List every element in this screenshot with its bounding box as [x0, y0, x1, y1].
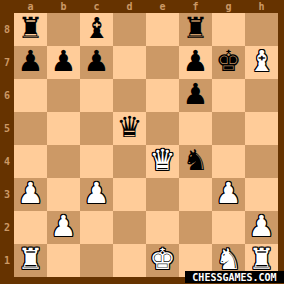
square-g8[interactable]: [212, 13, 245, 46]
piece-black-queen[interactable]: ♛: [117, 112, 143, 144]
square-c6[interactable]: [80, 79, 113, 112]
square-g6[interactable]: [212, 79, 245, 112]
square-f3[interactable]: [179, 178, 212, 211]
piece-black-king[interactable]: ♚: [216, 46, 242, 78]
file-label-b: b: [47, 0, 80, 13]
square-e5[interactable]: [146, 112, 179, 145]
square-f6[interactable]: ♟: [179, 79, 212, 112]
square-c4[interactable]: [80, 145, 113, 178]
square-g5[interactable]: [212, 112, 245, 145]
square-c7[interactable]: ♟: [80, 46, 113, 79]
square-b1[interactable]: [47, 244, 80, 277]
square-c3[interactable]: ♟: [80, 178, 113, 211]
square-e4[interactable]: ♛: [146, 145, 179, 178]
square-b2[interactable]: ♟: [47, 211, 80, 244]
square-a3[interactable]: ♟: [14, 178, 47, 211]
piece-black-pawn[interactable]: ♟: [84, 46, 110, 78]
square-d1[interactable]: [113, 244, 146, 277]
file-label-e: e: [146, 0, 179, 13]
square-h8[interactable]: [245, 13, 278, 46]
square-g2[interactable]: [212, 211, 245, 244]
rank-label-6: 6: [0, 79, 14, 112]
square-e1[interactable]: ♚: [146, 244, 179, 277]
chess-board-frame: abcdefgh 87654321 ♜♝♜♟♟♟♟♚♝♟♛♛♞♟♟♟♟♟♜♚♞♜…: [0, 0, 284, 284]
square-h6[interactable]: [245, 79, 278, 112]
square-b6[interactable]: [47, 79, 80, 112]
square-b5[interactable]: [47, 112, 80, 145]
square-c1[interactable]: [80, 244, 113, 277]
square-h3[interactable]: [245, 178, 278, 211]
file-label-h: h: [245, 0, 278, 13]
square-b7[interactable]: ♟: [47, 46, 80, 79]
square-d7[interactable]: [113, 46, 146, 79]
piece-black-rook[interactable]: ♜: [18, 13, 44, 45]
piece-black-rook[interactable]: ♜: [183, 13, 209, 45]
piece-black-pawn[interactable]: ♟: [183, 79, 209, 111]
piece-black-knight[interactable]: ♞: [183, 145, 209, 177]
piece-black-bishop[interactable]: ♝: [84, 13, 110, 45]
piece-white-king[interactable]: ♚: [150, 244, 176, 276]
square-h2[interactable]: ♟: [245, 211, 278, 244]
square-d4[interactable]: [113, 145, 146, 178]
square-g4[interactable]: [212, 145, 245, 178]
piece-white-pawn[interactable]: ♟: [216, 178, 242, 210]
square-d8[interactable]: [113, 13, 146, 46]
square-c8[interactable]: ♝: [80, 13, 113, 46]
rank-labels: 87654321: [0, 13, 14, 277]
piece-white-queen[interactable]: ♛: [150, 145, 176, 177]
square-d5[interactable]: ♛: [113, 112, 146, 145]
square-a8[interactable]: ♜: [14, 13, 47, 46]
file-label-g: g: [212, 0, 245, 13]
rank-label-1: 1: [0, 244, 14, 277]
file-label-d: d: [113, 0, 146, 13]
square-h5[interactable]: [245, 112, 278, 145]
square-e3[interactable]: [146, 178, 179, 211]
rank-label-4: 4: [0, 145, 14, 178]
square-d6[interactable]: [113, 79, 146, 112]
rank-label-3: 3: [0, 178, 14, 211]
piece-white-pawn[interactable]: ♟: [249, 211, 275, 243]
rank-label-8: 8: [0, 13, 14, 46]
rank-label-2: 2: [0, 211, 14, 244]
square-a2[interactable]: [14, 211, 47, 244]
piece-white-pawn[interactable]: ♟: [84, 178, 110, 210]
square-e8[interactable]: [146, 13, 179, 46]
file-labels: abcdefgh: [14, 0, 278, 13]
file-label-c: c: [80, 0, 113, 13]
square-c2[interactable]: [80, 211, 113, 244]
rank-label-5: 5: [0, 112, 14, 145]
square-c5[interactable]: [80, 112, 113, 145]
square-e7[interactable]: [146, 46, 179, 79]
square-f7[interactable]: ♟: [179, 46, 212, 79]
square-f8[interactable]: ♜: [179, 13, 212, 46]
square-b8[interactable]: [47, 13, 80, 46]
square-h7[interactable]: ♝: [245, 46, 278, 79]
piece-white-pawn[interactable]: ♟: [51, 211, 77, 243]
file-label-f: f: [179, 0, 212, 13]
square-h4[interactable]: [245, 145, 278, 178]
piece-black-pawn[interactable]: ♟: [51, 46, 77, 78]
square-d2[interactable]: [113, 211, 146, 244]
square-f5[interactable]: [179, 112, 212, 145]
square-g7[interactable]: ♚: [212, 46, 245, 79]
piece-black-pawn[interactable]: ♟: [18, 46, 44, 78]
file-label-a: a: [14, 0, 47, 13]
square-b4[interactable]: [47, 145, 80, 178]
square-d3[interactable]: [113, 178, 146, 211]
square-f4[interactable]: ♞: [179, 145, 212, 178]
square-a5[interactable]: [14, 112, 47, 145]
square-a6[interactable]: [14, 79, 47, 112]
rank-label-7: 7: [0, 46, 14, 79]
piece-white-rook[interactable]: ♜: [18, 244, 44, 276]
square-a7[interactable]: ♟: [14, 46, 47, 79]
chess-board: ♜♝♜♟♟♟♟♚♝♟♛♛♞♟♟♟♟♟♜♚♞♜: [14, 13, 278, 277]
square-g3[interactable]: ♟: [212, 178, 245, 211]
piece-black-pawn[interactable]: ♟: [183, 46, 209, 78]
square-e2[interactable]: [146, 211, 179, 244]
square-b3[interactable]: [47, 178, 80, 211]
square-a1[interactable]: ♜: [14, 244, 47, 277]
piece-white-pawn[interactable]: ♟: [18, 178, 44, 210]
chessgames-branding: CHESSGAMES.COM: [185, 271, 284, 283]
square-a4[interactable]: [14, 145, 47, 178]
piece-white-bishop[interactable]: ♝: [249, 46, 275, 78]
square-e6[interactable]: [146, 79, 179, 112]
square-f2[interactable]: [179, 211, 212, 244]
